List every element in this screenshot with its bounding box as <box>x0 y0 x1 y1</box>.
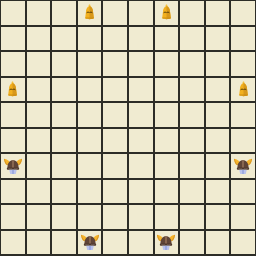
board-square[interactable] <box>1 180 25 204</box>
board-square[interactable] <box>231 78 255 102</box>
viking-helmet-piece[interactable] <box>2 157 24 175</box>
board-square[interactable] <box>180 205 204 229</box>
board-square[interactable] <box>78 103 102 127</box>
board-square[interactable] <box>103 154 127 178</box>
board-square[interactable] <box>231 180 255 204</box>
board-square[interactable] <box>1 103 25 127</box>
board-square[interactable] <box>1 205 25 229</box>
board-square[interactable] <box>27 154 51 178</box>
viking-helmet-piece[interactable] <box>79 233 101 251</box>
board-square[interactable] <box>1 52 25 76</box>
board-square[interactable] <box>27 180 51 204</box>
board-square[interactable] <box>155 52 179 76</box>
board-square[interactable] <box>129 154 153 178</box>
board-square[interactable] <box>52 27 76 51</box>
board-square[interactable] <box>180 52 204 76</box>
board-square[interactable] <box>206 52 230 76</box>
board-square[interactable] <box>78 78 102 102</box>
board-square[interactable] <box>52 180 76 204</box>
board-square[interactable] <box>155 103 179 127</box>
board-square[interactable] <box>1 27 25 51</box>
board-square[interactable] <box>78 205 102 229</box>
board-square[interactable] <box>155 1 179 25</box>
gold-helmet-icon <box>85 5 94 20</box>
gold-helmet-piece[interactable] <box>159 2 174 23</box>
board-square[interactable] <box>27 205 51 229</box>
board-square[interactable] <box>129 129 153 153</box>
board-square[interactable] <box>103 27 127 51</box>
board-square[interactable] <box>78 129 102 153</box>
board-square[interactable] <box>1 231 25 255</box>
board-square[interactable] <box>231 27 255 51</box>
board-square[interactable] <box>180 78 204 102</box>
board-square[interactable] <box>78 154 102 178</box>
board-square[interactable] <box>180 27 204 51</box>
board-square[interactable] <box>78 1 102 25</box>
board-square[interactable] <box>52 154 76 178</box>
board-square[interactable] <box>206 27 230 51</box>
board-square[interactable] <box>129 180 153 204</box>
board-square[interactable] <box>1 129 25 153</box>
board-square[interactable] <box>27 231 51 255</box>
viking-helmet-icon <box>157 235 175 250</box>
gold-helmet-icon <box>162 5 171 20</box>
board-square[interactable] <box>103 78 127 102</box>
board-square[interactable] <box>129 231 153 255</box>
viking-helmet-icon <box>234 159 252 174</box>
board-square[interactable] <box>155 180 179 204</box>
board-square[interactable] <box>52 103 76 127</box>
board-square[interactable] <box>27 129 51 153</box>
board-square[interactable] <box>206 129 230 153</box>
board-square[interactable] <box>231 1 255 25</box>
board-square[interactable] <box>103 129 127 153</box>
board-square[interactable] <box>129 78 153 102</box>
viking-helmet-icon <box>81 235 99 250</box>
viking-helmet-piece[interactable] <box>232 157 254 175</box>
board-square[interactable] <box>231 231 255 255</box>
board-square[interactable] <box>129 1 153 25</box>
gold-helmet-icon <box>8 81 17 96</box>
board-square[interactable] <box>27 52 51 76</box>
board-square[interactable] <box>180 129 204 153</box>
board-square[interactable] <box>180 180 204 204</box>
gold-helmet-icon <box>239 81 248 96</box>
amazons-board <box>0 0 256 256</box>
board-square[interactable] <box>103 231 127 255</box>
board-square[interactable] <box>206 205 230 229</box>
board-square[interactable] <box>206 154 230 178</box>
board-square[interactable] <box>52 205 76 229</box>
board-square[interactable] <box>231 103 255 127</box>
board-square[interactable] <box>180 103 204 127</box>
board-square[interactable] <box>180 154 204 178</box>
board-square[interactable] <box>129 52 153 76</box>
board-square[interactable] <box>78 52 102 76</box>
board-square[interactable] <box>103 180 127 204</box>
board-square[interactable] <box>206 1 230 25</box>
board-square[interactable] <box>129 103 153 127</box>
gold-helmet-piece[interactable] <box>82 2 97 23</box>
board-square[interactable] <box>206 103 230 127</box>
board-square[interactable] <box>155 205 179 229</box>
board-square[interactable] <box>52 231 76 255</box>
board-square[interactable] <box>27 1 51 25</box>
board-square[interactable] <box>103 52 127 76</box>
board-square[interactable] <box>231 129 255 153</box>
board-square[interactable] <box>231 205 255 229</box>
board-square[interactable] <box>78 27 102 51</box>
board-square[interactable] <box>129 205 153 229</box>
gold-helmet-piece[interactable] <box>236 79 251 100</box>
board-square[interactable] <box>27 103 51 127</box>
board-square[interactable] <box>1 1 25 25</box>
board-square[interactable] <box>27 78 51 102</box>
board-square[interactable] <box>129 27 153 51</box>
board-square[interactable] <box>155 129 179 153</box>
board-square[interactable] <box>52 52 76 76</box>
board-square[interactable] <box>103 1 127 25</box>
board-square[interactable] <box>1 154 25 178</box>
board-square[interactable] <box>231 154 255 178</box>
board-square[interactable] <box>206 78 230 102</box>
board-square[interactable] <box>180 231 204 255</box>
board-square[interactable] <box>155 78 179 102</box>
board-square[interactable] <box>155 154 179 178</box>
board-square[interactable] <box>52 78 76 102</box>
board-square[interactable] <box>78 180 102 204</box>
board-square[interactable] <box>206 231 230 255</box>
board-square[interactable] <box>52 129 76 153</box>
board-square[interactable] <box>27 27 51 51</box>
viking-helmet-icon <box>4 159 22 174</box>
board-square[interactable] <box>1 78 25 102</box>
board-square[interactable] <box>155 27 179 51</box>
board-square[interactable] <box>103 103 127 127</box>
board-square[interactable] <box>52 1 76 25</box>
board-square[interactable] <box>155 231 179 255</box>
board-square[interactable] <box>206 180 230 204</box>
board-square[interactable] <box>231 52 255 76</box>
board-square[interactable] <box>103 205 127 229</box>
board-square[interactable] <box>78 231 102 255</box>
viking-helmet-piece[interactable] <box>155 233 177 251</box>
board-square[interactable] <box>180 1 204 25</box>
gold-helmet-piece[interactable] <box>5 79 20 100</box>
